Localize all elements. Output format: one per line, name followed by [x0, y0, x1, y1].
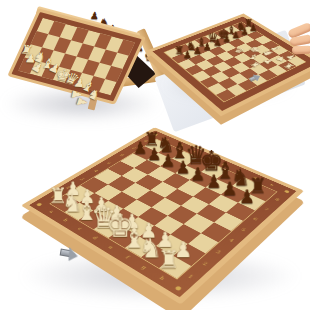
board-squares: ♜♞♝♛♚♝♞♜♟♟♟♟♟♟♟♟♟♟♟♟♟♟♟♟♜♞♝♛♚♝♞♜	[51, 139, 276, 278]
white-rook[interactable]: ♜	[157, 247, 181, 272]
metal-clasp	[59, 245, 80, 264]
frame-rosette	[284, 190, 290, 194]
chessboard[interactable]: abcdefgh abcdefgh 12345678 12345678 ♜♞♝♛…	[29, 131, 296, 298]
main-board-view: abcdefgh abcdefgh 12345678 12345678 ♜♞♝♛…	[0, 0, 310, 310]
product-photo: ♟♞♟♝♛♟♚♜ ♜♟♞♝♟♟♚♛♟♝♞♟♟ ♜♞♝♛♚♝♞♜ ♟♟♟♟♟♟♟♟…	[0, 0, 310, 310]
black-pawn[interactable]: ♟	[236, 187, 257, 206]
frame-rosette	[174, 286, 182, 292]
frame-rosette	[36, 203, 43, 207]
